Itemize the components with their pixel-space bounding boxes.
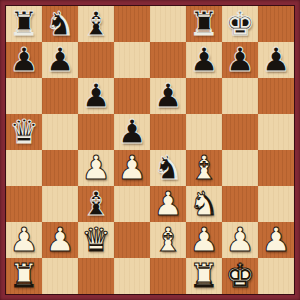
square-a7[interactable]: ♟ [6, 42, 42, 78]
square-a6[interactable] [6, 78, 42, 114]
square-h2[interactable]: ♟ [258, 222, 294, 258]
square-e3[interactable]: ♟ [150, 186, 186, 222]
square-h5[interactable] [258, 114, 294, 150]
square-f2[interactable]: ♟ [186, 222, 222, 258]
square-e7[interactable] [150, 42, 186, 78]
square-g7[interactable]: ♟ [222, 42, 258, 78]
black-knight-b8[interactable]: ♞ [45, 7, 75, 40]
square-a4[interactable] [6, 150, 42, 186]
square-e1[interactable] [150, 258, 186, 294]
white-pawn-f2[interactable]: ♟ [189, 223, 219, 256]
square-a3[interactable] [6, 186, 42, 222]
white-pawn-g2[interactable]: ♟ [225, 223, 255, 256]
black-queen-a5[interactable]: ♛ [9, 115, 39, 148]
square-a2[interactable]: ♟ [6, 222, 42, 258]
square-b6[interactable] [42, 78, 78, 114]
square-c6[interactable]: ♟ [78, 78, 114, 114]
square-a1[interactable]: ♜ [6, 258, 42, 294]
white-pawn-h2[interactable]: ♟ [261, 223, 291, 256]
black-king-g8[interactable]: ♚ [225, 7, 255, 40]
black-bishop-c3[interactable]: ♝ [81, 187, 111, 220]
square-h8[interactable] [258, 6, 294, 42]
square-c8[interactable]: ♝ [78, 6, 114, 42]
square-g5[interactable] [222, 114, 258, 150]
white-bishop-f4[interactable]: ♝ [189, 151, 219, 184]
square-f5[interactable] [186, 114, 222, 150]
square-g1[interactable]: ♚ [222, 258, 258, 294]
square-b1[interactable] [42, 258, 78, 294]
square-c2[interactable]: ♛ [78, 222, 114, 258]
white-pawn-e3[interactable]: ♟ [153, 187, 183, 220]
square-c1[interactable] [78, 258, 114, 294]
black-rook-a8[interactable]: ♜ [9, 7, 39, 40]
white-knight-f3[interactable]: ♞ [189, 187, 219, 220]
square-c7[interactable] [78, 42, 114, 78]
square-b2[interactable]: ♟ [42, 222, 78, 258]
black-pawn-f7[interactable]: ♟ [189, 43, 219, 76]
square-f4[interactable]: ♝ [186, 150, 222, 186]
square-f6[interactable] [186, 78, 222, 114]
white-pawn-c4[interactable]: ♟ [81, 151, 111, 184]
square-d7[interactable] [114, 42, 150, 78]
white-king-g1[interactable]: ♚ [225, 259, 255, 292]
square-f3[interactable]: ♞ [186, 186, 222, 222]
white-rook-a1[interactable]: ♜ [9, 259, 39, 292]
square-d2[interactable] [114, 222, 150, 258]
square-c4[interactable]: ♟ [78, 150, 114, 186]
square-f8[interactable]: ♜ [186, 6, 222, 42]
white-rook-f1[interactable]: ♜ [189, 259, 219, 292]
black-pawn-d5[interactable]: ♟ [117, 115, 147, 148]
square-f1[interactable]: ♜ [186, 258, 222, 294]
black-pawn-h7[interactable]: ♟ [261, 43, 291, 76]
square-h7[interactable]: ♟ [258, 42, 294, 78]
board-frame: ♜♞♝♜♚♟♟♟♟♟♟♟♛♟♟♟♞♝♝♟♞♟♟♛♝♟♟♟♜♜♚ [0, 0, 300, 300]
black-rook-f8[interactable]: ♜ [189, 7, 219, 40]
square-g6[interactable] [222, 78, 258, 114]
black-bishop-c8[interactable]: ♝ [81, 7, 111, 40]
white-pawn-a2[interactable]: ♟ [9, 223, 39, 256]
black-pawn-g7[interactable]: ♟ [225, 43, 255, 76]
square-b4[interactable] [42, 150, 78, 186]
white-bishop-e2[interactable]: ♝ [153, 223, 183, 256]
white-pawn-b2[interactable]: ♟ [45, 223, 75, 256]
black-knight-e4[interactable]: ♞ [153, 151, 183, 184]
square-a8[interactable]: ♜ [6, 6, 42, 42]
square-e2[interactable]: ♝ [150, 222, 186, 258]
square-d5[interactable]: ♟ [114, 114, 150, 150]
black-pawn-e6[interactable]: ♟ [153, 79, 183, 112]
square-c3[interactable]: ♝ [78, 186, 114, 222]
black-pawn-a7[interactable]: ♟ [9, 43, 39, 76]
square-d3[interactable] [114, 186, 150, 222]
white-queen-c2[interactable]: ♛ [81, 223, 111, 256]
square-g4[interactable] [222, 150, 258, 186]
square-e4[interactable]: ♞ [150, 150, 186, 186]
square-b8[interactable]: ♞ [42, 6, 78, 42]
square-b7[interactable]: ♟ [42, 42, 78, 78]
square-c5[interactable] [78, 114, 114, 150]
square-h1[interactable] [258, 258, 294, 294]
square-d8[interactable] [114, 6, 150, 42]
square-d4[interactable]: ♟ [114, 150, 150, 186]
square-g3[interactable] [222, 186, 258, 222]
black-pawn-c6[interactable]: ♟ [81, 79, 111, 112]
chess-board: ♜♞♝♜♚♟♟♟♟♟♟♟♛♟♟♟♞♝♝♟♞♟♟♛♝♟♟♟♜♜♚ [6, 6, 294, 294]
square-g2[interactable]: ♟ [222, 222, 258, 258]
square-d6[interactable] [114, 78, 150, 114]
square-f7[interactable]: ♟ [186, 42, 222, 78]
white-pawn-d4[interactable]: ♟ [117, 151, 147, 184]
black-pawn-b7[interactable]: ♟ [45, 43, 75, 76]
square-g8[interactable]: ♚ [222, 6, 258, 42]
square-b3[interactable] [42, 186, 78, 222]
square-e6[interactable]: ♟ [150, 78, 186, 114]
square-h4[interactable] [258, 150, 294, 186]
square-e8[interactable] [150, 6, 186, 42]
square-e5[interactable] [150, 114, 186, 150]
square-h6[interactable] [258, 78, 294, 114]
square-d1[interactable] [114, 258, 150, 294]
square-b5[interactable] [42, 114, 78, 150]
square-a5[interactable]: ♛ [6, 114, 42, 150]
square-h3[interactable] [258, 186, 294, 222]
